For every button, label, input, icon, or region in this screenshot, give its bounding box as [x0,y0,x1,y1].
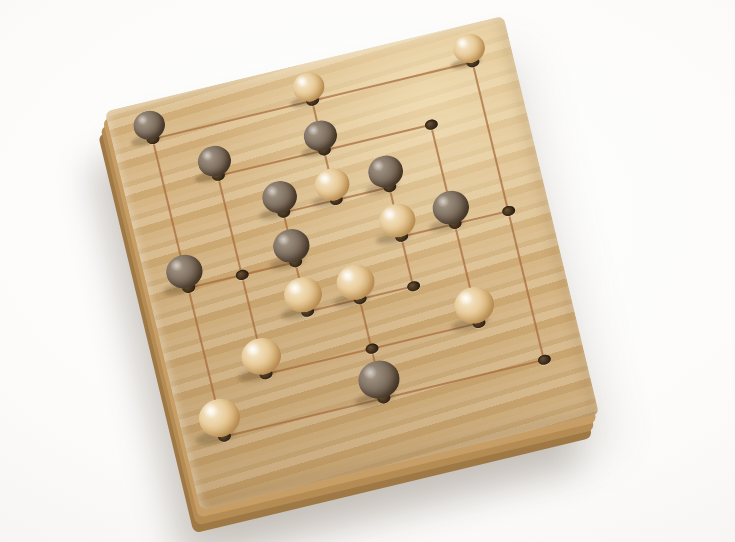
light-piece-glyph: ○ [466,298,476,308]
morris-board: ●○○●●●○●●●○●○○○○○● [105,16,599,510]
dark-piece-glyph: ● [143,120,151,128]
board-surface: ●○○●●●○●●●○●○○○○○● [105,16,599,510]
dark-piece-glyph: ● [207,155,215,164]
light-peg-d7[interactable]: ○ [290,69,329,111]
light-piece-glyph: ○ [303,81,311,89]
dark-piece-glyph: ● [272,191,280,200]
light-peg-g7[interactable]: ○ [450,31,489,73]
light-piece-glyph: ○ [211,410,221,421]
light-piece-glyph: ○ [348,275,357,285]
dark-piece-glyph: ● [371,372,381,383]
dark-piece-glyph: ● [314,130,322,139]
dark-peg-a7[interactable]: ● [130,107,169,149]
dark-piece-glyph: ● [283,239,292,249]
light-piece-glyph: ○ [295,288,304,298]
dark-piece-glyph: ● [379,165,387,174]
light-piece-glyph: ○ [325,178,333,187]
light-piece-glyph: ○ [253,349,263,359]
light-piece-glyph: ○ [462,43,470,51]
dark-piece-glyph: ● [443,201,452,211]
photo-background: ●○○●●●○●●●○●○○○○○● [0,0,735,542]
light-piece-glyph: ○ [390,214,399,224]
dark-piece-glyph: ● [177,265,186,275]
